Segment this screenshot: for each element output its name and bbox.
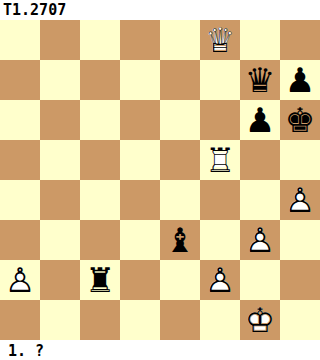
square-g3[interactable]: ♟♙	[240, 220, 280, 260]
square-b8[interactable]	[40, 20, 80, 60]
square-g6[interactable]: ♟	[240, 100, 280, 140]
square-e1[interactable]	[160, 300, 200, 340]
square-e3[interactable]: ♝	[160, 220, 200, 260]
puzzle-id: T1.2707	[0, 0, 320, 20]
square-h2[interactable]	[280, 260, 320, 300]
square-b6[interactable]	[40, 100, 80, 140]
black-queen: ♛	[240, 60, 280, 100]
square-d6[interactable]	[120, 100, 160, 140]
square-d3[interactable]	[120, 220, 160, 260]
square-b7[interactable]	[40, 60, 80, 100]
square-g8[interactable]	[240, 20, 280, 60]
square-e4[interactable]	[160, 180, 200, 220]
square-d8[interactable]	[120, 20, 160, 60]
square-e7[interactable]	[160, 60, 200, 100]
square-b3[interactable]	[40, 220, 80, 260]
piece-outline: ♙	[0, 260, 40, 300]
white-queen: ♛♕	[200, 20, 240, 60]
square-h3[interactable]	[280, 220, 320, 260]
square-c5[interactable]	[80, 140, 120, 180]
square-g2[interactable]	[240, 260, 280, 300]
square-d5[interactable]	[120, 140, 160, 180]
square-c4[interactable]	[80, 180, 120, 220]
square-b5[interactable]	[40, 140, 80, 180]
square-d1[interactable]	[120, 300, 160, 340]
square-h6[interactable]: ♚	[280, 100, 320, 140]
square-f5[interactable]: ♜♖	[200, 140, 240, 180]
square-e8[interactable]	[160, 20, 200, 60]
black-bishop: ♝	[160, 220, 200, 260]
square-h7[interactable]: ♟	[280, 60, 320, 100]
square-h5[interactable]	[280, 140, 320, 180]
chess-board: ♛♕♛♟♟♚♜♖♟♙♝♟♙♟♙♜♟♙♚♔	[0, 20, 320, 340]
square-c8[interactable]	[80, 20, 120, 60]
square-b1[interactable]	[40, 300, 80, 340]
black-pawn: ♟	[240, 100, 280, 140]
square-f7[interactable]	[200, 60, 240, 100]
square-b4[interactable]	[40, 180, 80, 220]
piece-outline: ♕	[200, 20, 240, 60]
square-c2[interactable]: ♜	[80, 260, 120, 300]
square-d2[interactable]	[120, 260, 160, 300]
white-pawn: ♟♙	[240, 220, 280, 260]
black-pawn: ♟	[280, 60, 320, 100]
white-rook: ♜♖	[200, 140, 240, 180]
black-king: ♚	[280, 100, 320, 140]
square-g7[interactable]: ♛	[240, 60, 280, 100]
square-f1[interactable]	[200, 300, 240, 340]
square-b2[interactable]	[40, 260, 80, 300]
white-pawn: ♟♙	[280, 180, 320, 220]
piece-outline: ♖	[200, 140, 240, 180]
square-a5[interactable]	[0, 140, 40, 180]
square-g4[interactable]	[240, 180, 280, 220]
square-f3[interactable]	[200, 220, 240, 260]
square-g5[interactable]	[240, 140, 280, 180]
piece-outline: ♙	[280, 180, 320, 220]
square-c1[interactable]	[80, 300, 120, 340]
square-a7[interactable]	[0, 60, 40, 100]
square-c6[interactable]	[80, 100, 120, 140]
square-f8[interactable]: ♛♕	[200, 20, 240, 60]
square-c7[interactable]	[80, 60, 120, 100]
square-h8[interactable]	[280, 20, 320, 60]
square-e6[interactable]	[160, 100, 200, 140]
square-a3[interactable]	[0, 220, 40, 260]
square-a4[interactable]	[0, 180, 40, 220]
white-pawn: ♟♙	[200, 260, 240, 300]
square-f2[interactable]: ♟♙	[200, 260, 240, 300]
black-rook: ♜	[80, 260, 120, 300]
square-d4[interactable]	[120, 180, 160, 220]
piece-outline: ♔	[240, 300, 280, 340]
square-a1[interactable]	[0, 300, 40, 340]
piece-outline: ♙	[200, 260, 240, 300]
square-h1[interactable]	[280, 300, 320, 340]
white-pawn: ♟♙	[0, 260, 40, 300]
square-f6[interactable]	[200, 100, 240, 140]
square-d7[interactable]	[120, 60, 160, 100]
square-e2[interactable]	[160, 260, 200, 300]
square-g1[interactable]: ♚♔	[240, 300, 280, 340]
square-f4[interactable]	[200, 180, 240, 220]
square-e5[interactable]	[160, 140, 200, 180]
move-prompt: 1. ?	[0, 340, 320, 360]
square-a8[interactable]	[0, 20, 40, 60]
white-king: ♚♔	[240, 300, 280, 340]
square-a2[interactable]: ♟♙	[0, 260, 40, 300]
square-h4[interactable]: ♟♙	[280, 180, 320, 220]
piece-outline: ♙	[240, 220, 280, 260]
square-c3[interactable]	[80, 220, 120, 260]
square-a6[interactable]	[0, 100, 40, 140]
